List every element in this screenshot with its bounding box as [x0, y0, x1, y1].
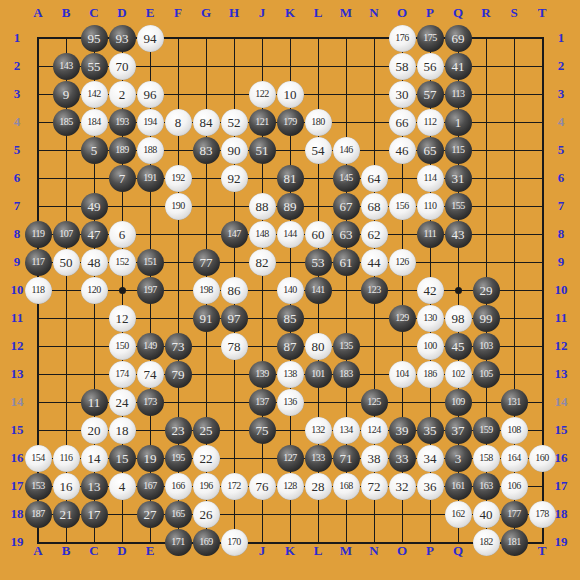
stone-white-194[interactable]: 194	[137, 109, 164, 136]
stone-white-76[interactable]: 76	[249, 473, 276, 500]
coordinate-label-right: 13	[546, 365, 576, 383]
stone-move-number: 34	[424, 452, 437, 465]
stone-white-86[interactable]: 86	[221, 277, 248, 304]
stone-move-number: 145	[339, 173, 353, 183]
stone-black-161[interactable]: 161	[445, 473, 472, 500]
stone-white-100[interactable]: 100	[417, 333, 444, 360]
stone-black-29[interactable]: 29	[473, 277, 500, 304]
stone-move-number: 129	[395, 313, 409, 323]
coordinate-label-top: F	[164, 4, 192, 22]
stone-black-9[interactable]: 9	[53, 81, 80, 108]
coordinate-label-right: 3	[546, 85, 576, 103]
stone-black-69[interactable]: 69	[445, 25, 472, 52]
stone-white-78[interactable]: 78	[221, 333, 248, 360]
stone-black-187[interactable]: 187	[25, 501, 52, 528]
stone-black-61[interactable]: 61	[333, 249, 360, 276]
stone-white-24[interactable]: 24	[109, 389, 136, 416]
stone-move-number: 124	[367, 425, 381, 435]
stone-black-21[interactable]: 21	[53, 501, 80, 528]
stone-black-145[interactable]: 145	[333, 165, 360, 192]
stone-white-142[interactable]: 142	[81, 81, 108, 108]
stone-white-36[interactable]: 36	[417, 473, 444, 500]
stone-black-129[interactable]: 129	[389, 305, 416, 332]
stone-white-44[interactable]: 44	[361, 249, 388, 276]
stone-move-number: 40	[480, 508, 493, 521]
stone-move-number: 31	[452, 172, 465, 185]
stone-white-192[interactable]: 192	[165, 165, 192, 192]
stone-white-198[interactable]: 198	[193, 277, 220, 304]
stone-black-119[interactable]: 119	[25, 221, 52, 248]
stone-black-169[interactable]: 169	[193, 529, 220, 556]
stone-black-183[interactable]: 183	[333, 361, 360, 388]
stone-black-141[interactable]: 141	[305, 277, 332, 304]
stone-white-96[interactable]: 96	[137, 81, 164, 108]
coordinate-label-left: 11	[2, 309, 32, 327]
stone-white-18[interactable]: 18	[109, 417, 136, 444]
coordinate-label-right: 8	[546, 225, 576, 243]
stone-black-37[interactable]: 37	[445, 417, 472, 444]
stone-white-6[interactable]: 6	[109, 221, 136, 248]
stone-black-115[interactable]: 115	[445, 137, 472, 164]
coordinate-label-top: D	[108, 4, 136, 22]
stone-black-125[interactable]: 125	[361, 389, 388, 416]
stone-move-number: 115	[451, 145, 464, 155]
stone-move-number: 25	[200, 424, 213, 437]
stone-move-number: 42	[424, 284, 437, 297]
stone-white-134[interactable]: 134	[333, 417, 360, 444]
coordinate-label-top: O	[388, 4, 416, 22]
stone-white-38[interactable]: 38	[361, 445, 388, 472]
stone-move-number: 110	[423, 201, 436, 211]
stone-black-65[interactable]: 65	[417, 137, 444, 164]
stone-white-150[interactable]: 150	[109, 333, 136, 360]
stone-white-128[interactable]: 128	[277, 473, 304, 500]
stone-black-189[interactable]: 189	[109, 137, 136, 164]
stone-black-19[interactable]: 19	[137, 445, 164, 472]
stone-move-number: 41	[452, 60, 465, 73]
stone-white-118[interactable]: 118	[25, 277, 52, 304]
stone-move-number: 137	[255, 397, 269, 407]
stone-white-122[interactable]: 122	[249, 81, 276, 108]
stone-white-126[interactable]: 126	[389, 249, 416, 276]
coordinate-label-top: E	[136, 4, 164, 22]
stone-white-74[interactable]: 74	[137, 361, 164, 388]
stone-move-number: 107	[59, 229, 73, 239]
stone-white-168[interactable]: 168	[333, 473, 360, 500]
stone-move-number: 8	[175, 116, 182, 129]
stone-black-101[interactable]: 101	[305, 361, 332, 388]
stone-move-number: 64	[368, 172, 381, 185]
stone-white-62[interactable]: 62	[361, 221, 388, 248]
stone-white-52[interactable]: 52	[221, 109, 248, 136]
stone-black-159[interactable]: 159	[473, 417, 500, 444]
stone-move-number: 49	[88, 200, 101, 213]
stone-move-number: 192	[171, 173, 185, 183]
stone-black-77[interactable]: 77	[193, 249, 220, 276]
stone-white-144[interactable]: 144	[277, 221, 304, 248]
stone-black-41[interactable]: 41	[445, 53, 472, 80]
stone-white-108[interactable]: 108	[501, 417, 528, 444]
stone-black-43[interactable]: 43	[445, 221, 472, 248]
stone-white-154[interactable]: 154	[25, 445, 52, 472]
stone-move-number: 114	[423, 173, 436, 183]
stone-move-number: 100	[423, 341, 437, 351]
stone-white-184[interactable]: 184	[81, 109, 108, 136]
stone-white-180[interactable]: 180	[305, 109, 332, 136]
stone-black-167[interactable]: 167	[137, 473, 164, 500]
stone-black-191[interactable]: 191	[137, 165, 164, 192]
stone-move-number: 1	[455, 116, 462, 129]
stone-white-8[interactable]: 8	[165, 109, 192, 136]
stone-move-number: 142	[87, 89, 101, 99]
stone-black-155[interactable]: 155	[445, 193, 472, 220]
stone-white-22[interactable]: 22	[193, 445, 220, 472]
stone-white-98[interactable]: 98	[445, 305, 472, 332]
stone-black-117[interactable]: 117	[25, 249, 52, 276]
stone-black-25[interactable]: 25	[193, 417, 220, 444]
stone-black-99[interactable]: 99	[473, 305, 500, 332]
stone-white-32[interactable]: 32	[389, 473, 416, 500]
stone-white-46[interactable]: 46	[389, 137, 416, 164]
stone-black-13[interactable]: 13	[81, 473, 108, 500]
stone-black-45[interactable]: 45	[445, 333, 472, 360]
stone-move-number: 177	[507, 509, 521, 519]
stone-move-number: 106	[507, 481, 521, 491]
coordinate-label-right: 11	[546, 309, 576, 327]
stone-black-175[interactable]: 175	[417, 25, 444, 52]
stone-white-84[interactable]: 84	[193, 109, 220, 136]
stone-move-number: 168	[339, 481, 353, 491]
stone-move-number: 21	[60, 508, 73, 521]
stone-move-number: 19	[144, 452, 157, 465]
stone-black-179[interactable]: 179	[277, 109, 304, 136]
stone-black-95[interactable]: 95	[81, 25, 108, 52]
stone-white-172[interactable]: 172	[221, 473, 248, 500]
hoshi-point	[455, 287, 462, 294]
stone-black-91[interactable]: 91	[193, 305, 220, 332]
stone-white-178[interactable]: 178	[529, 501, 556, 528]
stone-move-number: 6	[119, 228, 126, 241]
stone-white-16[interactable]: 16	[53, 473, 80, 500]
stone-move-number: 82	[256, 256, 269, 269]
stone-white-130[interactable]: 130	[417, 305, 444, 332]
stone-move-number: 90	[228, 144, 241, 157]
stone-black-121[interactable]: 121	[249, 109, 276, 136]
stone-white-92[interactable]: 92	[221, 165, 248, 192]
stone-black-39[interactable]: 39	[389, 417, 416, 444]
stone-white-50[interactable]: 50	[53, 249, 80, 276]
stone-move-number: 97	[228, 312, 241, 325]
stone-move-number: 15	[116, 452, 129, 465]
stone-black-171[interactable]: 171	[165, 529, 192, 556]
coordinate-label-bottom: K	[276, 542, 304, 560]
stone-move-number: 111	[424, 229, 437, 239]
stone-move-number: 32	[396, 480, 409, 493]
stone-move-number: 117	[31, 257, 44, 267]
stone-black-105[interactable]: 105	[473, 361, 500, 388]
stone-black-81[interactable]: 81	[277, 165, 304, 192]
stone-black-185[interactable]: 185	[53, 109, 80, 136]
stone-black-57[interactable]: 57	[417, 81, 444, 108]
stone-white-138[interactable]: 138	[277, 361, 304, 388]
stone-white-114[interactable]: 114	[417, 165, 444, 192]
stone-black-103[interactable]: 103	[473, 333, 500, 360]
stone-black-111[interactable]: 111	[417, 221, 444, 248]
stone-black-107[interactable]: 107	[53, 221, 80, 248]
stone-move-number: 88	[256, 200, 269, 213]
coordinate-label-top: L	[304, 4, 332, 22]
stone-white-58[interactable]: 58	[389, 53, 416, 80]
stone-black-83[interactable]: 83	[193, 137, 220, 164]
stone-white-66[interactable]: 66	[389, 109, 416, 136]
stone-black-23[interactable]: 23	[165, 417, 192, 444]
stone-white-196[interactable]: 196	[193, 473, 220, 500]
stone-black-67[interactable]: 67	[333, 193, 360, 220]
stone-move-number: 16	[60, 480, 73, 493]
stone-black-113[interactable]: 113	[445, 81, 472, 108]
stone-black-149[interactable]: 149	[137, 333, 164, 360]
stone-white-30[interactable]: 30	[389, 81, 416, 108]
stone-move-number: 119	[31, 229, 44, 239]
stone-black-143[interactable]: 143	[53, 53, 80, 80]
stone-black-31[interactable]: 31	[445, 165, 472, 192]
stone-move-number: 26	[200, 508, 213, 521]
stone-black-71[interactable]: 71	[333, 445, 360, 472]
stone-white-88[interactable]: 88	[249, 193, 276, 220]
stone-move-number: 184	[87, 117, 101, 127]
stone-move-number: 18	[116, 424, 129, 437]
stone-black-73[interactable]: 73	[165, 333, 192, 360]
stone-move-number: 151	[143, 257, 157, 267]
stone-move-number: 132	[311, 425, 325, 435]
stone-white-82[interactable]: 82	[249, 249, 276, 276]
coordinate-label-top: J	[248, 4, 276, 22]
coordinate-label-left: 13	[2, 365, 32, 383]
stone-white-176[interactable]: 176	[389, 25, 416, 52]
stone-move-number: 67	[340, 200, 353, 213]
stone-move-number: 75	[256, 424, 269, 437]
stone-white-156[interactable]: 156	[389, 193, 416, 220]
stone-black-55[interactable]: 55	[81, 53, 108, 80]
stone-white-2[interactable]: 2	[109, 81, 136, 108]
stone-move-number: 96	[144, 88, 157, 101]
stone-black-135[interactable]: 135	[333, 333, 360, 360]
stone-black-93[interactable]: 93	[109, 25, 136, 52]
stone-move-number: 167	[143, 481, 157, 491]
stone-move-number: 171	[171, 537, 185, 547]
stone-move-number: 81	[284, 172, 297, 185]
stone-white-90[interactable]: 90	[221, 137, 248, 164]
stone-black-63[interactable]: 63	[333, 221, 360, 248]
stone-black-85[interactable]: 85	[277, 305, 304, 332]
coordinate-label-bottom: C	[80, 542, 108, 560]
stone-white-120[interactable]: 120	[81, 277, 108, 304]
stone-white-174[interactable]: 174	[109, 361, 136, 388]
stone-white-146[interactable]: 146	[333, 137, 360, 164]
stone-white-124[interactable]: 124	[361, 417, 388, 444]
stone-white-42[interactable]: 42	[417, 277, 444, 304]
stone-move-number: 195	[171, 453, 185, 463]
stone-white-170[interactable]: 170	[221, 529, 248, 556]
stone-move-number: 156	[395, 201, 409, 211]
stone-white-94[interactable]: 94	[137, 25, 164, 52]
stone-white-80[interactable]: 80	[305, 333, 332, 360]
stone-black-181[interactable]: 181	[501, 529, 528, 556]
stone-white-40[interactable]: 40	[473, 501, 500, 528]
stone-move-number: 52	[228, 116, 241, 129]
stone-black-197[interactable]: 197	[137, 277, 164, 304]
stone-black-139[interactable]: 139	[249, 361, 276, 388]
stone-move-number: 174	[115, 369, 129, 379]
stone-white-188[interactable]: 188	[137, 137, 164, 164]
stone-black-193[interactable]: 193	[109, 109, 136, 136]
stone-white-110[interactable]: 110	[417, 193, 444, 220]
stone-white-182[interactable]: 182	[473, 529, 500, 556]
stone-black-3[interactable]: 3	[445, 445, 472, 472]
stone-white-56[interactable]: 56	[417, 53, 444, 80]
coordinate-label-top: A	[24, 4, 52, 22]
stone-white-190[interactable]: 190	[165, 193, 192, 220]
stone-move-number: 85	[284, 312, 297, 325]
coordinate-label-right: 7	[546, 197, 576, 215]
coordinate-label-top: K	[276, 4, 304, 22]
stone-black-153[interactable]: 153	[25, 473, 52, 500]
stone-white-148[interactable]: 148	[249, 221, 276, 248]
coordinate-label-top: T	[528, 4, 556, 22]
stone-move-number: 134	[339, 425, 353, 435]
stone-black-173[interactable]: 173	[137, 389, 164, 416]
stone-white-68[interactable]: 68	[361, 193, 388, 220]
stone-move-number: 7	[119, 172, 126, 185]
stone-move-number: 54	[312, 144, 325, 157]
stone-move-number: 181	[507, 537, 521, 547]
stone-black-7[interactable]: 7	[109, 165, 136, 192]
stone-black-137[interactable]: 137	[249, 389, 276, 416]
stone-white-12[interactable]: 12	[109, 305, 136, 332]
stone-move-number: 197	[143, 285, 157, 295]
stone-black-53[interactable]: 53	[305, 249, 332, 276]
stone-move-number: 140	[283, 285, 297, 295]
hoshi-point	[119, 287, 126, 294]
stone-move-number: 135	[339, 341, 353, 351]
coordinate-label-right: 6	[546, 169, 576, 187]
stone-move-number: 164	[507, 453, 521, 463]
stone-black-151[interactable]: 151	[137, 249, 164, 276]
stone-black-133[interactable]: 133	[305, 445, 332, 472]
stone-black-27[interactable]: 27	[137, 501, 164, 528]
stone-black-123[interactable]: 123	[361, 277, 388, 304]
stone-white-140[interactable]: 140	[277, 277, 304, 304]
stone-white-186[interactable]: 186	[417, 361, 444, 388]
stone-white-160[interactable]: 160	[529, 445, 556, 472]
stone-black-127[interactable]: 127	[277, 445, 304, 472]
stone-white-20[interactable]: 20	[81, 417, 108, 444]
stone-black-51[interactable]: 51	[249, 137, 276, 164]
stone-move-number: 48	[88, 256, 101, 269]
stone-white-158[interactable]: 158	[473, 445, 500, 472]
stone-black-75[interactable]: 75	[249, 417, 276, 444]
coordinate-label-top: N	[360, 4, 388, 22]
stone-move-number: 89	[284, 200, 297, 213]
stone-black-15[interactable]: 15	[109, 445, 136, 472]
coordinate-label-bottom: Q	[444, 542, 472, 560]
stone-black-147[interactable]: 147	[221, 221, 248, 248]
stone-move-number: 121	[255, 117, 269, 127]
stone-black-5[interactable]: 5	[81, 137, 108, 164]
stone-white-164[interactable]: 164	[501, 445, 528, 472]
stone-move-number: 80	[312, 340, 325, 353]
stone-white-136[interactable]: 136	[277, 389, 304, 416]
stone-white-48[interactable]: 48	[81, 249, 108, 276]
stone-black-131[interactable]: 131	[501, 389, 528, 416]
stone-white-10[interactable]: 10	[277, 81, 304, 108]
stone-black-17[interactable]: 17	[81, 501, 108, 528]
stone-white-166[interactable]: 166	[165, 473, 192, 500]
stone-white-34[interactable]: 34	[417, 445, 444, 472]
stone-move-number: 160	[535, 453, 549, 463]
stone-black-195[interactable]: 195	[165, 445, 192, 472]
stone-black-79[interactable]: 79	[165, 361, 192, 388]
stone-black-49[interactable]: 49	[81, 193, 108, 220]
stone-black-35[interactable]: 35	[417, 417, 444, 444]
stone-move-number: 172	[227, 481, 241, 491]
stone-move-number: 150	[115, 341, 129, 351]
stone-move-number: 94	[144, 32, 157, 45]
stone-white-152[interactable]: 152	[109, 249, 136, 276]
stone-white-104[interactable]: 104	[389, 361, 416, 388]
stone-white-162[interactable]: 162	[445, 501, 472, 528]
coordinate-label-bottom: N	[360, 542, 388, 560]
stone-move-number: 109	[451, 397, 465, 407]
stone-black-97[interactable]: 97	[221, 305, 248, 332]
stone-black-87[interactable]: 87	[277, 333, 304, 360]
stone-white-54[interactable]: 54	[305, 137, 332, 164]
stone-move-number: 44	[368, 256, 381, 269]
stone-white-64[interactable]: 64	[361, 165, 388, 192]
stone-move-number: 74	[144, 368, 157, 381]
stone-move-number: 51	[256, 144, 269, 157]
stone-white-26[interactable]: 26	[193, 501, 220, 528]
stone-white-102[interactable]: 102	[445, 361, 472, 388]
stone-white-72[interactable]: 72	[361, 473, 388, 500]
stone-white-28[interactable]: 28	[305, 473, 332, 500]
stone-black-33[interactable]: 33	[389, 445, 416, 472]
stone-black-109[interactable]: 109	[445, 389, 472, 416]
stone-black-89[interactable]: 89	[277, 193, 304, 220]
stone-white-4[interactable]: 4	[109, 473, 136, 500]
stone-black-11[interactable]: 11	[81, 389, 108, 416]
stone-move-number: 73	[172, 340, 185, 353]
stone-white-112[interactable]: 112	[417, 109, 444, 136]
stone-white-60[interactable]: 60	[305, 221, 332, 248]
stone-white-106[interactable]: 106	[501, 473, 528, 500]
stone-white-14[interactable]: 14	[81, 445, 108, 472]
stone-white-70[interactable]: 70	[109, 53, 136, 80]
go-board[interactable]: AABBCCDDEEFFGGHHJJKKLLMMNNOOPPQQRRSSTT11…	[0, 0, 580, 580]
stone-move-number: 130	[423, 313, 437, 323]
stone-black-1[interactable]: 1	[445, 109, 472, 136]
stone-move-number: 102	[451, 369, 465, 379]
stone-black-163[interactable]: 163	[473, 473, 500, 500]
stone-black-165[interactable]: 165	[165, 501, 192, 528]
stone-black-177[interactable]: 177	[501, 501, 528, 528]
stone-move-number: 144	[283, 229, 297, 239]
stone-white-116[interactable]: 116	[53, 445, 80, 472]
stone-move-number: 155	[451, 201, 465, 211]
stone-white-132[interactable]: 132	[305, 417, 332, 444]
coordinate-label-bottom: M	[332, 542, 360, 560]
stone-black-47[interactable]: 47	[81, 221, 108, 248]
